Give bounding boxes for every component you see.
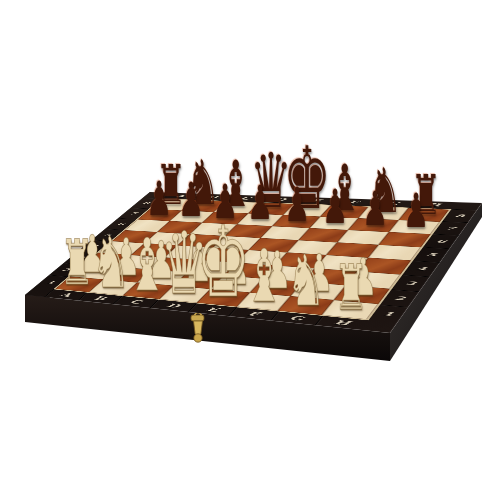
chess-set-photo: ABCDEFGH ABCDEFGH 87654321 87654321 ♜♞♝♛… [0,0,500,500]
file-label-back-h: H [410,201,457,209]
file-label-back-f: F [331,198,375,206]
file-label-back-g: G [370,199,416,207]
